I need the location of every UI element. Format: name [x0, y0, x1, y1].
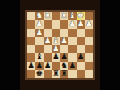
square-a7[interactable] — [85, 62, 93, 70]
square-d8[interactable]: ♜ — [60, 70, 68, 78]
square-c3[interactable] — [68, 29, 76, 37]
piece-wP-b2[interactable]: ♟ — [77, 20, 84, 28]
square-g4[interactable] — [35, 37, 43, 45]
square-a4[interactable] — [85, 37, 93, 45]
square-a3[interactable] — [85, 29, 93, 37]
piece-wR-f1[interactable]: ♜ — [44, 12, 51, 20]
square-c2[interactable]: ♟ — [68, 20, 76, 28]
square-g3[interactable]: ♟ — [35, 29, 43, 37]
square-e8[interactable]: ♜ — [52, 70, 60, 78]
square-e4[interactable]: ♝ — [52, 37, 60, 45]
square-e3[interactable] — [52, 29, 60, 37]
square-c4[interactable] — [68, 37, 76, 45]
square-f8[interactable] — [44, 70, 52, 78]
square-b8[interactable] — [77, 70, 85, 78]
square-d7[interactable]: ♞ — [60, 62, 68, 70]
square-d3[interactable] — [60, 29, 68, 37]
piece-bR-d8[interactable]: ♜ — [61, 70, 68, 78]
square-e6[interactable]: ♟ — [52, 53, 60, 61]
piece-wR-d1[interactable]: ♜ — [61, 12, 68, 20]
square-f6[interactable] — [44, 53, 52, 61]
square-f1[interactable]: ♜ — [44, 12, 52, 20]
piece-wK-b1[interactable]: ♚ — [77, 12, 84, 20]
piece-wN-g1[interactable]: ♞ — [36, 12, 43, 20]
square-h5[interactable] — [27, 45, 35, 53]
square-h6[interactable] — [27, 53, 35, 61]
square-a6[interactable] — [85, 53, 93, 61]
square-g5[interactable] — [35, 45, 43, 53]
piece-bK-g8[interactable]: ♚ — [36, 70, 43, 78]
piece-wP-d4[interactable]: ♟ — [61, 37, 68, 45]
square-a1[interactable] — [85, 12, 93, 20]
square-h3[interactable] — [27, 29, 35, 37]
piece-bP-d6[interactable]: ♟ — [61, 53, 68, 61]
piece-bB-g6[interactable]: ♝ — [36, 53, 43, 61]
square-f7[interactable]: ♟ — [44, 62, 52, 70]
square-d4[interactable]: ♟ — [60, 37, 68, 45]
piece-bR-e8[interactable]: ♜ — [52, 70, 59, 78]
square-h2[interactable] — [27, 20, 35, 28]
square-e5[interactable]: ♟ — [52, 45, 60, 53]
piece-bN-d7[interactable]: ♞ — [61, 62, 68, 70]
square-b6[interactable]: ♟ — [77, 53, 85, 61]
piece-bP-e6[interactable]: ♟ — [52, 53, 59, 61]
square-g1[interactable]: ♞ — [35, 12, 43, 20]
piece-wP-e5[interactable]: ♟ — [52, 45, 59, 53]
square-g2[interactable]: ♟ — [35, 20, 43, 28]
piece-bP-b6[interactable]: ♟ — [77, 53, 84, 61]
square-e2[interactable] — [52, 20, 60, 28]
square-a5[interactable] — [85, 45, 93, 53]
square-b7[interactable] — [77, 62, 85, 70]
square-e1[interactable] — [52, 12, 60, 20]
square-d6[interactable]: ♟ — [60, 53, 68, 61]
piece-wB-e4[interactable]: ♝ — [52, 37, 59, 45]
piece-wP-g3[interactable]: ♟ — [36, 29, 43, 37]
square-b1[interactable]: ♚ — [77, 12, 85, 20]
piece-bP-h7[interactable]: ♟ — [28, 62, 35, 70]
square-d5[interactable] — [60, 45, 68, 53]
square-e7[interactable] — [52, 62, 60, 70]
square-f2[interactable] — [44, 20, 52, 28]
square-f3[interactable] — [44, 29, 52, 37]
square-f5[interactable] — [44, 45, 52, 53]
square-h8[interactable] — [27, 70, 35, 78]
square-g7[interactable]: ♟ — [35, 62, 43, 70]
square-b2[interactable]: ♟ — [77, 20, 85, 28]
square-d2[interactable] — [60, 20, 68, 28]
piece-wP-f4[interactable]: ♟ — [44, 37, 51, 45]
square-h4[interactable] — [27, 37, 35, 45]
piece-bP-f7[interactable]: ♟ — [44, 62, 51, 70]
piece-wP-c2[interactable]: ♟ — [69, 20, 76, 28]
square-f4[interactable]: ♟ — [44, 37, 52, 45]
square-b3[interactable] — [77, 29, 85, 37]
square-c8[interactable] — [68, 70, 76, 78]
square-b4[interactable] — [77, 37, 85, 45]
piece-wP-a2[interactable]: ♟ — [85, 20, 92, 28]
square-b5[interactable] — [77, 45, 85, 53]
piece-bP-c7[interactable]: ♟ — [69, 62, 76, 70]
piece-wB-c1[interactable]: ♝ — [69, 12, 76, 20]
square-d1[interactable]: ♜ — [60, 12, 68, 20]
square-c6[interactable] — [68, 53, 76, 61]
square-g8[interactable]: ♚ — [35, 70, 43, 78]
square-c5[interactable] — [68, 45, 76, 53]
square-h1[interactable] — [27, 12, 35, 20]
chess-board: ♞♜♜♝♚♟♟♟♟♟♟♝♟♟♝♟♟♟♟♟♟♞♟♚♜♜ — [25, 10, 95, 80]
square-h7[interactable]: ♟ — [27, 62, 35, 70]
piece-bP-g7[interactable]: ♟ — [36, 62, 43, 70]
piece-wP-g2[interactable]: ♟ — [36, 20, 43, 28]
square-a8[interactable] — [85, 70, 93, 78]
square-g6[interactable]: ♝ — [35, 53, 43, 61]
square-c1[interactable]: ♝ — [68, 12, 76, 20]
square-c7[interactable]: ♟ — [68, 62, 76, 70]
square-a2[interactable]: ♟ — [85, 20, 93, 28]
